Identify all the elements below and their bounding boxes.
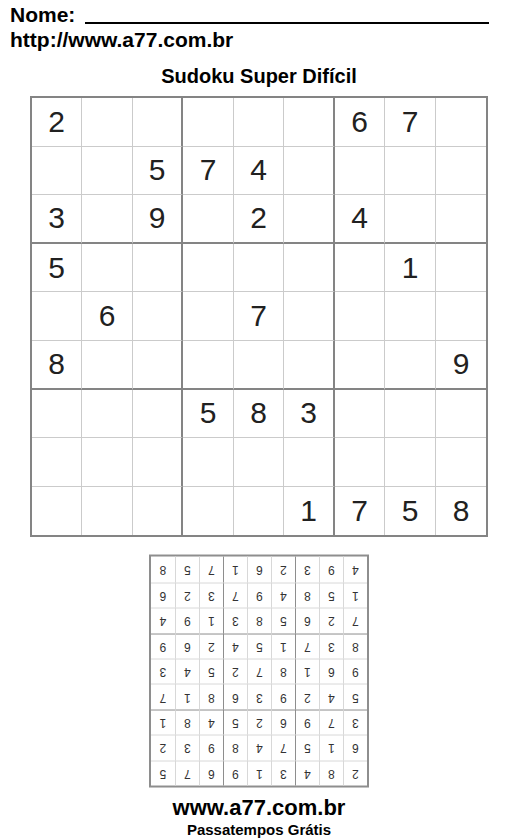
puzzle-cell[interactable] xyxy=(436,147,487,196)
puzzle-cell[interactable] xyxy=(234,438,285,487)
solution-cell: 2 xyxy=(271,557,295,582)
solution-cell: 9 xyxy=(319,557,343,582)
footer-site: www.a77.com.br xyxy=(0,795,518,820)
solution-cell: 6 xyxy=(223,684,247,709)
solution-cell: 1 xyxy=(295,659,319,684)
puzzle-cell[interactable] xyxy=(133,292,184,341)
solution-cell: 9 xyxy=(199,735,223,760)
solution-cell: 6 xyxy=(295,608,319,633)
puzzle-cell: 9 xyxy=(133,195,184,244)
puzzle-cell: 7 xyxy=(385,98,436,147)
solution-cell: 5 xyxy=(295,735,319,760)
puzzle-cell: 3 xyxy=(284,390,335,439)
puzzle-cell[interactable] xyxy=(133,98,184,147)
puzzle-cell[interactable] xyxy=(436,390,487,439)
solution-cell: 8 xyxy=(199,684,223,709)
puzzle-cell[interactable] xyxy=(32,292,83,341)
puzzle-cell[interactable] xyxy=(335,292,386,341)
solution-cell: 5 xyxy=(199,659,223,684)
solution-cell: 6 xyxy=(151,583,175,608)
puzzle-cell: 6 xyxy=(82,292,133,341)
puzzle-cell[interactable] xyxy=(133,438,184,487)
puzzle-cell: 8 xyxy=(234,390,285,439)
puzzle-cell: 4 xyxy=(335,195,386,244)
solution-cell: 4 xyxy=(295,760,319,785)
puzzle-cell[interactable] xyxy=(133,390,184,439)
puzzle-cell: 4 xyxy=(234,147,285,196)
puzzle-cell[interactable] xyxy=(234,98,285,147)
solution-cell: 5 xyxy=(247,634,271,659)
puzzle-cell[interactable] xyxy=(183,244,234,293)
page: Nome: http://www.a77.com.br Sudoku Super… xyxy=(0,0,518,839)
solution-cell: 6 xyxy=(271,710,295,735)
puzzle-cell: 7 xyxy=(234,292,285,341)
solution-cell: 4 xyxy=(343,557,367,582)
puzzle-cell[interactable] xyxy=(234,244,285,293)
puzzle-cell[interactable] xyxy=(32,487,83,536)
solution-cell: 4 xyxy=(151,608,175,633)
puzzle-cell[interactable] xyxy=(436,438,487,487)
puzzle-cell[interactable] xyxy=(133,341,184,390)
solution-cell: 5 xyxy=(343,684,367,709)
puzzle-cell[interactable] xyxy=(385,341,436,390)
solution-cell: 1 xyxy=(151,710,175,735)
solution-cell: 9 xyxy=(343,659,367,684)
puzzle-cell[interactable] xyxy=(284,98,335,147)
name-blank-line xyxy=(85,22,489,24)
site-url-text: http://www.a77.com.br xyxy=(10,28,489,52)
solution-cell: 1 xyxy=(223,557,247,582)
puzzle-cell: 8 xyxy=(32,341,83,390)
solution-cell: 3 xyxy=(199,583,223,608)
puzzle-cell[interactable] xyxy=(284,292,335,341)
solution-cell: 7 xyxy=(199,557,223,582)
puzzle-cell: 2 xyxy=(32,98,83,147)
puzzle-cell[interactable] xyxy=(133,244,184,293)
puzzle-cell[interactable] xyxy=(82,244,133,293)
solution-cell: 3 xyxy=(223,608,247,633)
solution-cell: 3 xyxy=(175,735,199,760)
solution-cell: 5 xyxy=(223,710,247,735)
solution-cell: 2 xyxy=(175,583,199,608)
solution-cell: 8 xyxy=(343,634,367,659)
solution-cell: 7 xyxy=(175,760,199,785)
puzzle-cell: 5 xyxy=(133,147,184,196)
solution-cell: 4 xyxy=(247,735,271,760)
solution-cell: 9 xyxy=(271,684,295,709)
solution-cell: 7 xyxy=(271,735,295,760)
puzzle-cell[interactable] xyxy=(82,390,133,439)
solution-cell: 2 xyxy=(319,608,343,633)
solution-cell: 3 xyxy=(247,684,271,709)
solution-cell: 3 xyxy=(271,760,295,785)
solution-cell: 4 xyxy=(199,710,223,735)
solution-cell: 6 xyxy=(343,735,367,760)
puzzle-cell[interactable] xyxy=(436,292,487,341)
puzzle-cell: 5 xyxy=(385,487,436,536)
solution-cell: 6 xyxy=(247,557,271,582)
puzzle-cell: 1 xyxy=(385,244,436,293)
puzzle-cell[interactable] xyxy=(183,438,234,487)
puzzle-cell: 3 xyxy=(32,195,83,244)
puzzle-cell: 5 xyxy=(32,244,83,293)
solution-cell: 5 xyxy=(151,760,175,785)
solution-cell: 6 xyxy=(175,634,199,659)
puzzle-cell[interactable] xyxy=(335,341,386,390)
solution-cell: 1 xyxy=(343,583,367,608)
solution-cell: 9 xyxy=(223,760,247,785)
solution-cell: 8 xyxy=(295,583,319,608)
puzzle-cell[interactable] xyxy=(183,292,234,341)
puzzle-cell[interactable] xyxy=(32,438,83,487)
puzzle-cell[interactable] xyxy=(335,244,386,293)
solution-cell: 9 xyxy=(175,608,199,633)
puzzle-cell[interactable] xyxy=(183,487,234,536)
solution-cell: 6 xyxy=(199,760,223,785)
header: Nome: http://www.a77.com.br xyxy=(0,0,518,52)
puzzle-cell: 5 xyxy=(183,390,234,439)
solution-cell: 1 xyxy=(247,760,271,785)
solution-cell: 7 xyxy=(223,583,247,608)
solution-cell: 9 xyxy=(295,710,319,735)
puzzle-cell[interactable] xyxy=(385,195,436,244)
solution-cell: 7 xyxy=(319,710,343,735)
solution-area: 2843196756157489323796254815429368179618… xyxy=(0,555,518,788)
puzzle-cell[interactable] xyxy=(284,341,335,390)
solution-cell: 2 xyxy=(199,634,223,659)
puzzle-cell[interactable] xyxy=(183,195,234,244)
puzzle-cell[interactable] xyxy=(385,147,436,196)
puzzle-cell[interactable] xyxy=(284,195,335,244)
puzzle-cell[interactable] xyxy=(82,195,133,244)
puzzle-cell[interactable] xyxy=(436,195,487,244)
puzzle-cell[interactable] xyxy=(82,438,133,487)
puzzle-cell[interactable] xyxy=(284,438,335,487)
puzzle-cell: 6 xyxy=(335,98,386,147)
puzzle-cell[interactable] xyxy=(82,98,133,147)
solution-cell: 2 xyxy=(343,760,367,785)
footer: www.a77.com.br Passatempos Grátis xyxy=(0,795,518,839)
puzzle-cell: 7 xyxy=(335,487,386,536)
puzzle-cell: 9 xyxy=(436,341,487,390)
puzzle-cell: 7 xyxy=(183,147,234,196)
solution-cell: 4 xyxy=(319,684,343,709)
puzzle-cell[interactable] xyxy=(183,341,234,390)
solution-cell: 5 xyxy=(319,583,343,608)
solution-cell: 4 xyxy=(175,659,199,684)
solution-cell: 5 xyxy=(175,557,199,582)
solution-cell: 1 xyxy=(175,684,199,709)
puzzle-cell[interactable] xyxy=(335,147,386,196)
name-row: Nome: xyxy=(10,4,489,26)
solution-cell: 6 xyxy=(319,659,343,684)
solution-cell: 8 xyxy=(319,760,343,785)
puzzle-cell[interactable] xyxy=(436,98,487,147)
solution-cell: 2 xyxy=(247,710,271,735)
solution-cell: 8 xyxy=(223,735,247,760)
puzzle-cell[interactable] xyxy=(32,390,83,439)
puzzle-cell[interactable] xyxy=(32,147,83,196)
solution-cell: 8 xyxy=(271,659,295,684)
solution-cell: 3 xyxy=(319,634,343,659)
name-label: Nome: xyxy=(10,4,75,26)
puzzle-cell: 1 xyxy=(284,487,335,536)
solution-cell: 2 xyxy=(151,735,175,760)
solution-cell: 7 xyxy=(151,684,175,709)
puzzle-cell[interactable] xyxy=(436,244,487,293)
puzzle-cell: 2 xyxy=(234,195,285,244)
solution-cell: 7 xyxy=(343,608,367,633)
solution-cell: 9 xyxy=(247,583,271,608)
puzzle-cell[interactable] xyxy=(82,341,133,390)
solution-cell: 4 xyxy=(271,583,295,608)
solution-cell: 8 xyxy=(247,608,271,633)
solution-cell: 8 xyxy=(151,557,175,582)
solution-cell: 1 xyxy=(319,735,343,760)
puzzle-cell: 8 xyxy=(436,487,487,536)
footer-tagline: Passatempos Grátis xyxy=(0,821,518,839)
solution-cell: 5 xyxy=(271,608,295,633)
solution-cell: 3 xyxy=(295,557,319,582)
solution-grid: 2843196756157489323796254815429368179618… xyxy=(149,555,369,788)
solution-cell: 1 xyxy=(271,634,295,659)
page-title: Sudoku Super Difícil xyxy=(0,65,518,88)
solution-cell: 7 xyxy=(295,634,319,659)
puzzle-cell[interactable] xyxy=(335,390,386,439)
puzzle-grid: 26757439245167895831758 xyxy=(30,96,489,537)
puzzle-cell[interactable] xyxy=(284,147,335,196)
solution-cell: 1 xyxy=(199,608,223,633)
puzzle-cell[interactable] xyxy=(133,487,184,536)
puzzle-cell[interactable] xyxy=(335,438,386,487)
puzzle-cell[interactable] xyxy=(385,390,436,439)
solution-cell: 4 xyxy=(223,634,247,659)
solution-cell: 3 xyxy=(343,710,367,735)
puzzle-cell[interactable] xyxy=(385,292,436,341)
puzzle-cell[interactable] xyxy=(284,244,335,293)
puzzle-cell[interactable] xyxy=(82,147,133,196)
puzzle-cell[interactable] xyxy=(234,341,285,390)
solution-cell: 7 xyxy=(247,659,271,684)
solution-cell: 3 xyxy=(151,659,175,684)
solution-cell: 8 xyxy=(175,710,199,735)
puzzle-cell[interactable] xyxy=(385,438,436,487)
puzzle-cell[interactable] xyxy=(82,487,133,536)
puzzle-cell[interactable] xyxy=(183,98,234,147)
solution-cell: 9 xyxy=(151,634,175,659)
solution-cell: 2 xyxy=(295,684,319,709)
puzzle-cell[interactable] xyxy=(234,487,285,536)
solution-cell: 2 xyxy=(223,659,247,684)
